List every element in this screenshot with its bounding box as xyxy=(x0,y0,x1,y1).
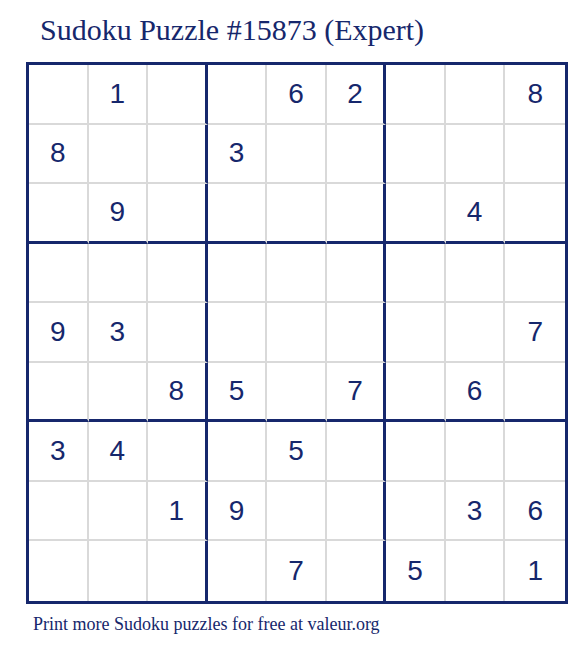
sudoku-cell-r2c7[interactable] xyxy=(386,125,446,185)
sudoku-cell-r1c7[interactable] xyxy=(386,65,446,125)
sudoku-cell-r8c5[interactable] xyxy=(267,482,327,542)
sudoku-cell-r3c6[interactable] xyxy=(327,184,387,244)
sudoku-cell-r4c5[interactable] xyxy=(267,244,327,304)
sudoku-cell-r9c5[interactable]: 7 xyxy=(267,541,327,601)
sudoku-cell-r9c3[interactable] xyxy=(148,541,208,601)
sudoku-cell-r8c1[interactable] xyxy=(29,482,89,542)
sudoku-cell-r3c2[interactable]: 9 xyxy=(89,184,149,244)
sudoku-cell-r5c9[interactable]: 7 xyxy=(505,303,565,363)
sudoku-cell-r8c7[interactable] xyxy=(386,482,446,542)
sudoku-cell-r8c6[interactable] xyxy=(327,482,387,542)
sudoku-cell-r8c2[interactable] xyxy=(89,482,149,542)
sudoku-cell-r1c8[interactable] xyxy=(446,65,506,125)
sudoku-cell-r8c4[interactable]: 9 xyxy=(208,482,268,542)
sudoku-cell-r4c3[interactable] xyxy=(148,244,208,304)
sudoku-cell-r6c9[interactable] xyxy=(505,363,565,423)
sudoku-cell-r9c6[interactable] xyxy=(327,541,387,601)
sudoku-cell-r7c9[interactable] xyxy=(505,422,565,482)
sudoku-cell-r7c4[interactable] xyxy=(208,422,268,482)
sudoku-cell-r4c4[interactable] xyxy=(208,244,268,304)
sudoku-cell-r1c4[interactable] xyxy=(208,65,268,125)
sudoku-cell-r6c8[interactable]: 6 xyxy=(446,363,506,423)
sudoku-cell-r6c6[interactable]: 7 xyxy=(327,363,387,423)
sudoku-cell-r8c3[interactable]: 1 xyxy=(148,482,208,542)
footer-text: Print more Sudoku puzzles for free at va… xyxy=(33,614,380,635)
sudoku-cell-r7c6[interactable] xyxy=(327,422,387,482)
sudoku-cell-r3c5[interactable] xyxy=(267,184,327,244)
sudoku-cell-r5c3[interactable] xyxy=(148,303,208,363)
sudoku-cell-r1c9[interactable]: 8 xyxy=(505,65,565,125)
sudoku-cell-r4c7[interactable] xyxy=(386,244,446,304)
sudoku-cell-r5c4[interactable] xyxy=(208,303,268,363)
sudoku-cell-r7c2[interactable]: 4 xyxy=(89,422,149,482)
sudoku-cell-r1c5[interactable]: 6 xyxy=(267,65,327,125)
sudoku-cell-r9c8[interactable] xyxy=(446,541,506,601)
sudoku-cell-r1c2[interactable]: 1 xyxy=(89,65,149,125)
sudoku-cell-r5c8[interactable] xyxy=(446,303,506,363)
sudoku-cell-r8c9[interactable]: 6 xyxy=(505,482,565,542)
sudoku-cell-r5c6[interactable] xyxy=(327,303,387,363)
page: Sudoku Puzzle #15873 (Expert) 1628839493… xyxy=(0,0,580,651)
sudoku-cell-r5c5[interactable] xyxy=(267,303,327,363)
sudoku-cell-r5c2[interactable]: 3 xyxy=(89,303,149,363)
page-title: Sudoku Puzzle #15873 (Expert) xyxy=(40,13,424,47)
sudoku-cell-r7c1[interactable]: 3 xyxy=(29,422,89,482)
sudoku-cell-r4c9[interactable] xyxy=(505,244,565,304)
sudoku-cell-r2c4[interactable]: 3 xyxy=(208,125,268,185)
sudoku-cell-r3c8[interactable]: 4 xyxy=(446,184,506,244)
sudoku-cell-r5c7[interactable] xyxy=(386,303,446,363)
sudoku-cell-r2c8[interactable] xyxy=(446,125,506,185)
sudoku-cell-r6c3[interactable]: 8 xyxy=(148,363,208,423)
sudoku-cell-r6c5[interactable] xyxy=(267,363,327,423)
sudoku-cell-r2c1[interactable]: 8 xyxy=(29,125,89,185)
sudoku-cell-r7c5[interactable]: 5 xyxy=(267,422,327,482)
sudoku-cell-r9c7[interactable]: 5 xyxy=(386,541,446,601)
sudoku-cell-r9c4[interactable] xyxy=(208,541,268,601)
sudoku-cell-r7c7[interactable] xyxy=(386,422,446,482)
sudoku-cell-r1c1[interactable] xyxy=(29,65,89,125)
sudoku-cell-r6c7[interactable] xyxy=(386,363,446,423)
sudoku-cell-r4c6[interactable] xyxy=(327,244,387,304)
sudoku-cell-r4c2[interactable] xyxy=(89,244,149,304)
sudoku-cell-r2c3[interactable] xyxy=(148,125,208,185)
sudoku-cell-r6c4[interactable]: 5 xyxy=(208,363,268,423)
sudoku-cell-r3c3[interactable] xyxy=(148,184,208,244)
sudoku-cell-r8c8[interactable]: 3 xyxy=(446,482,506,542)
sudoku-cell-r1c3[interactable] xyxy=(148,65,208,125)
sudoku-cell-r3c7[interactable] xyxy=(386,184,446,244)
sudoku-cell-r7c3[interactable] xyxy=(148,422,208,482)
sudoku-cell-r9c2[interactable] xyxy=(89,541,149,601)
sudoku-cell-r2c2[interactable] xyxy=(89,125,149,185)
sudoku-cell-r3c1[interactable] xyxy=(29,184,89,244)
sudoku-cell-r7c8[interactable] xyxy=(446,422,506,482)
sudoku-cell-r2c6[interactable] xyxy=(327,125,387,185)
sudoku-cell-r3c9[interactable] xyxy=(505,184,565,244)
sudoku-cell-r3c4[interactable] xyxy=(208,184,268,244)
sudoku-cell-r9c1[interactable] xyxy=(29,541,89,601)
sudoku-cell-r4c8[interactable] xyxy=(446,244,506,304)
sudoku-cell-r9c9[interactable]: 1 xyxy=(505,541,565,601)
sudoku-cell-r4c1[interactable] xyxy=(29,244,89,304)
sudoku-cell-r5c1[interactable]: 9 xyxy=(29,303,89,363)
sudoku-cell-r6c1[interactable] xyxy=(29,363,89,423)
sudoku-cell-r2c9[interactable] xyxy=(505,125,565,185)
sudoku-cell-r6c2[interactable] xyxy=(89,363,149,423)
sudoku-board: 1628839493785763451936751 xyxy=(26,62,568,604)
sudoku-cell-r2c5[interactable] xyxy=(267,125,327,185)
sudoku-cell-r1c6[interactable]: 2 xyxy=(327,65,387,125)
